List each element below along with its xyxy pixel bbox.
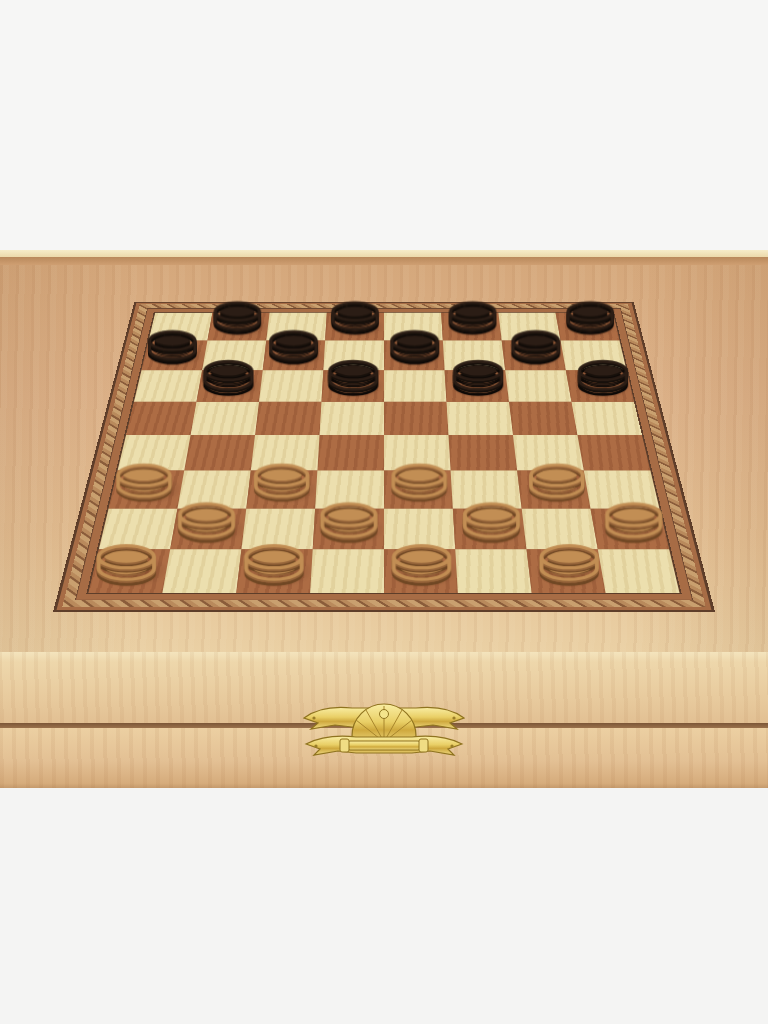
square-d6[interactable]: ⛂ xyxy=(322,370,384,401)
square-e5[interactable] xyxy=(384,402,448,435)
square-a5[interactable] xyxy=(126,402,196,435)
square-f5[interactable] xyxy=(446,402,512,435)
board-frame: ⛂⛂⛂⛂⛂⛂⛂⛂⛂⛂⛂⛂⛂⛂⛂⛂⛂⛂⛂⛂⛂⛂⛂⛂ xyxy=(53,302,715,612)
square-g1[interactable]: ⛂ xyxy=(527,549,606,593)
square-b6[interactable]: ⛂ xyxy=(197,370,263,401)
checkerboard: ⛂⛂⛂⛂⛂⛂⛂⛂⛂⛂⛂⛂⛂⛂⛂⛂⛂⛂⛂⛂⛂⛂⛂⛂ xyxy=(86,312,681,594)
box-back-edge-highlight xyxy=(0,250,768,257)
board-perspective-wrap: ⛂⛂⛂⛂⛂⛂⛂⛂⛂⛂⛂⛂⛂⛂⛂⛂⛂⛂⛂⛂⛂⛂⛂⛂ xyxy=(0,298,768,612)
square-c1[interactable]: ⛂ xyxy=(236,549,312,593)
dark-piece[interactable]: ⛂ xyxy=(557,344,649,401)
clasp-pin xyxy=(380,710,389,719)
dark-piece[interactable]: ⛂ xyxy=(432,344,524,401)
light-piece[interactable]: ⛂ xyxy=(72,525,180,592)
box-back-edge-shadow xyxy=(0,257,768,265)
square-a1[interactable]: ⛂ xyxy=(89,549,171,593)
square-h5[interactable] xyxy=(571,402,641,435)
square-e1[interactable]: ⛂ xyxy=(384,549,458,593)
dark-piece[interactable]: ⛂ xyxy=(182,344,274,401)
studio-background-top xyxy=(0,0,768,250)
square-h6[interactable]: ⛂ xyxy=(566,370,634,401)
square-c5[interactable] xyxy=(255,402,321,435)
clasp-bar[interactable] xyxy=(346,741,422,750)
brass-clasp xyxy=(300,694,468,766)
board-margin: ⛂⛂⛂⛂⛂⛂⛂⛂⛂⛂⛂⛂⛂⛂⛂⛂⛂⛂⛂⛂⛂⛂⛂⛂ xyxy=(75,308,693,600)
light-piece[interactable]: ⛂ xyxy=(219,525,327,592)
light-piece[interactable]: ⛂ xyxy=(514,525,622,592)
light-piece[interactable]: ⛂ xyxy=(367,525,475,592)
studio-background-bottom xyxy=(0,788,768,1024)
photo-stage: ⛂⛂⛂⛂⛂⛂⛂⛂⛂⛂⛂⛂⛂⛂⛂⛂⛂⛂⛂⛂⛂⛂⛂⛂ xyxy=(0,0,768,1024)
square-g5[interactable] xyxy=(509,402,577,435)
dark-piece[interactable]: ⛂ xyxy=(307,344,399,401)
square-d5[interactable] xyxy=(320,402,384,435)
square-f6[interactable]: ⛂ xyxy=(445,370,509,401)
square-b5[interactable] xyxy=(191,402,259,435)
mosaic-border: ⛂⛂⛂⛂⛂⛂⛂⛂⛂⛂⛂⛂⛂⛂⛂⛂⛂⛂⛂⛂⛂⛂⛂⛂ xyxy=(62,304,705,607)
